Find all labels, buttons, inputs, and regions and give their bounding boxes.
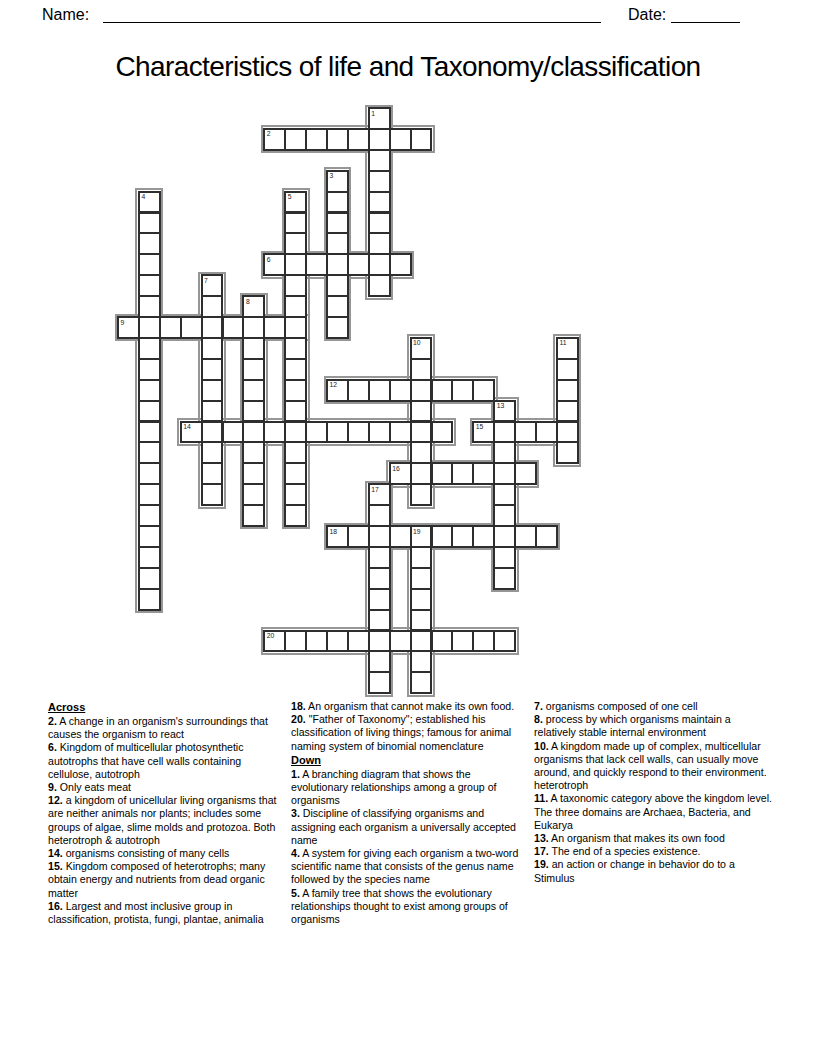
cell-r25c13[interactable] xyxy=(389,630,412,653)
cell-r20c17[interactable] xyxy=(472,525,495,548)
date-line[interactable] xyxy=(671,21,740,23)
clue-number: 7. xyxy=(534,700,543,712)
cell-number: 4 xyxy=(141,193,145,200)
cell-r10c2[interactable] xyxy=(159,316,182,339)
clue-number: 13. xyxy=(534,832,549,844)
cell-r20c11[interactable] xyxy=(347,525,370,548)
cell-number: 19 xyxy=(413,528,421,535)
cell-r27c12[interactable] xyxy=(368,671,391,694)
clue-number: 5. xyxy=(291,887,300,899)
cell-r25c18[interactable] xyxy=(493,630,516,653)
cell-r7c10[interactable] xyxy=(326,253,349,276)
cell-r22c14[interactable] xyxy=(410,567,433,590)
cell-r1c13[interactable] xyxy=(389,128,412,151)
cell-r23c12[interactable] xyxy=(368,588,391,611)
cell-r25c17[interactable] xyxy=(472,630,495,653)
cell-number: 1 xyxy=(371,110,375,117)
cell-r24c12[interactable] xyxy=(368,609,391,632)
cell-r20c16[interactable] xyxy=(451,525,474,548)
cell-r17c8[interactable] xyxy=(284,462,307,485)
cell-number: 2 xyxy=(267,130,271,137)
clue-number: 17. xyxy=(534,845,549,857)
clue-across-6: 6. Kingdom of multicellular photosynthet… xyxy=(48,741,286,781)
cell-r20c19[interactable] xyxy=(514,525,537,548)
cell-r4c1[interactable]: 4 xyxy=(138,191,161,214)
clue-across-20: 20. "Father of Taxonomy"; established hi… xyxy=(291,713,529,753)
cell-r13c8[interactable] xyxy=(284,379,307,402)
cell-r16c1[interactable] xyxy=(138,441,161,464)
cell-r16c18[interactable] xyxy=(493,441,516,464)
cell-r13c4[interactable] xyxy=(201,379,224,402)
cell-r3c10[interactable]: 3 xyxy=(326,170,349,193)
cell-r10c5[interactable] xyxy=(222,316,245,339)
cell-r1c10[interactable] xyxy=(326,128,349,151)
cell-r17c1[interactable] xyxy=(138,462,161,485)
cell-r13c13[interactable] xyxy=(389,379,412,402)
cell-r12c14[interactable] xyxy=(410,358,433,381)
page-title: Characteristics of life and Taxonomy/cla… xyxy=(0,51,816,83)
cell-r11c14[interactable]: 10 xyxy=(410,337,433,360)
date-label: Date: xyxy=(628,6,666,24)
clue-down-8: 8. process by which organisms maintain a… xyxy=(534,713,772,739)
cell-number: 7 xyxy=(204,277,208,284)
cell-r22c1[interactable] xyxy=(138,567,161,590)
cell-r15c10[interactable] xyxy=(326,421,349,444)
cell-r10c3[interactable] xyxy=(180,316,203,339)
cell-r7c7[interactable]: 6 xyxy=(263,253,286,276)
cell-r17c17[interactable] xyxy=(472,462,495,485)
cell-r1c14[interactable] xyxy=(410,128,433,151)
cell-number: 3 xyxy=(330,172,334,179)
cell-r25c14[interactable] xyxy=(410,630,433,653)
cell-r15c5[interactable] xyxy=(222,421,245,444)
cell-r15c14[interactable] xyxy=(410,421,433,444)
down-clues-list-2: 7. organisms composed of one cell8. proc… xyxy=(534,700,772,885)
cell-r25c10[interactable] xyxy=(326,630,349,653)
cell-r3c12[interactable] xyxy=(368,170,391,193)
cell-r0c12[interactable]: 1 xyxy=(368,107,391,130)
clue-number: 1. xyxy=(291,768,300,780)
cell-r7c1[interactable] xyxy=(138,253,161,276)
cell-r15c13[interactable] xyxy=(389,421,412,444)
cell-r22c18[interactable] xyxy=(493,567,516,590)
clue-number: 4. xyxy=(291,847,300,859)
cell-r25c16[interactable] xyxy=(451,630,474,653)
cell-r16c21[interactable] xyxy=(556,441,579,464)
cell-r7c8[interactable] xyxy=(284,253,307,276)
clue-number: 11. xyxy=(534,792,548,804)
cell-r18c4[interactable] xyxy=(201,483,224,506)
cell-r25c9[interactable] xyxy=(305,630,328,653)
cell-r14c4[interactable] xyxy=(201,400,224,423)
cell-r19c8[interactable] xyxy=(284,504,307,527)
worksheet-page: { "game": "crossword", "title": "Charact… xyxy=(0,0,816,1056)
clue-number: 6. xyxy=(48,741,57,753)
cell-r5c1[interactable] xyxy=(138,212,161,235)
cell-r13c6[interactable] xyxy=(242,379,265,402)
clue-across-12: 12. a kingdom of unicellular living orga… xyxy=(48,794,286,847)
clue-number: 19. xyxy=(534,858,549,870)
cell-r15c15[interactable] xyxy=(431,421,454,444)
cell-number: 8 xyxy=(246,298,250,305)
cell-r10c7[interactable] xyxy=(263,316,286,339)
cell-r5c10[interactable] xyxy=(326,212,349,235)
cell-r20c1[interactable] xyxy=(138,525,161,548)
cell-r17c18[interactable] xyxy=(493,462,516,485)
clue-number: 20. xyxy=(291,713,306,725)
cell-r13c17[interactable] xyxy=(472,379,495,402)
name-line[interactable] xyxy=(103,21,601,23)
cell-r14c8[interactable] xyxy=(284,400,307,423)
cell-r15c18[interactable] xyxy=(493,421,516,444)
cell-r15c4[interactable] xyxy=(201,421,224,444)
clue-across-14: 14. organisms consisting of many cells xyxy=(48,847,286,860)
cell-r13c11[interactable] xyxy=(347,379,370,402)
cell-r15c11[interactable] xyxy=(347,421,370,444)
clue-across-16: 16. Largest and most inclusive group in … xyxy=(48,900,286,926)
cell-r17c6[interactable] xyxy=(242,462,265,485)
clue-down-10: 10. A kingdom made up of complex, multic… xyxy=(534,740,772,793)
cell-r1c12[interactable] xyxy=(368,128,391,151)
cell-r25c11[interactable] xyxy=(347,630,370,653)
cell-r9c6[interactable]: 8 xyxy=(242,295,265,318)
cell-r18c8[interactable] xyxy=(284,483,307,506)
cell-r14c18[interactable]: 13 xyxy=(493,400,516,423)
cell-r25c12[interactable] xyxy=(368,630,391,653)
cell-r21c12[interactable] xyxy=(368,546,391,569)
cell-r4c12[interactable] xyxy=(368,191,391,214)
cell-number: 18 xyxy=(330,528,338,535)
cell-r12c8[interactable] xyxy=(284,358,307,381)
cell-r15c3[interactable]: 14 xyxy=(180,421,203,444)
cell-number: 16 xyxy=(392,465,400,472)
cell-r19c6[interactable] xyxy=(242,504,265,527)
cell-r18c18[interactable] xyxy=(493,483,516,506)
cell-r21c1[interactable] xyxy=(138,546,161,569)
cell-r15c19[interactable] xyxy=(514,421,537,444)
cell-r15c12[interactable] xyxy=(368,421,391,444)
cell-r16c8[interactable] xyxy=(284,441,307,464)
cell-r5c12[interactable] xyxy=(368,212,391,235)
cell-r14c6[interactable] xyxy=(242,400,265,423)
clue-number: 18. xyxy=(291,700,306,712)
cell-r19c1[interactable] xyxy=(138,504,161,527)
cell-r21c18[interactable] xyxy=(493,546,516,569)
cell-r1c11[interactable] xyxy=(347,128,370,151)
cell-r15c9[interactable] xyxy=(305,421,328,444)
cell-r18c12[interactable]: 17 xyxy=(368,483,391,506)
cell-r15c20[interactable] xyxy=(535,421,558,444)
cell-r21c14[interactable] xyxy=(410,546,433,569)
name-label: Name: xyxy=(42,6,89,24)
cell-r20c20[interactable] xyxy=(535,525,558,548)
cell-r15c6[interactable] xyxy=(242,421,265,444)
cell-r10c1[interactable] xyxy=(138,316,161,339)
cell-r20c12[interactable] xyxy=(368,525,391,548)
cell-r10c4[interactable] xyxy=(201,316,224,339)
cell-r19c12[interactable] xyxy=(368,504,391,527)
cell-r1c7[interactable]: 2 xyxy=(263,128,286,151)
clue-down-19: 19. an action or change in behavior do t… xyxy=(534,858,772,884)
cell-r1c8[interactable] xyxy=(284,128,307,151)
clue-number: 12. xyxy=(48,794,63,806)
cell-r7c12[interactable] xyxy=(368,253,391,276)
cell-r20c18[interactable] xyxy=(493,525,516,548)
cell-r15c17[interactable]: 15 xyxy=(472,421,495,444)
cell-r25c7[interactable]: 20 xyxy=(263,630,286,653)
cell-r15c21[interactable] xyxy=(556,421,579,444)
clue-number: 2. xyxy=(48,715,57,727)
cell-number: 14 xyxy=(183,423,191,430)
cell-r22c12[interactable] xyxy=(368,567,391,590)
cell-r15c1[interactable] xyxy=(138,421,161,444)
cell-r13c21[interactable] xyxy=(556,379,579,402)
cell-r20c15[interactable] xyxy=(431,525,454,548)
cell-number: 10 xyxy=(413,339,421,346)
cell-number: 5 xyxy=(288,193,292,200)
cell-r27c14[interactable] xyxy=(410,671,433,694)
cell-r8c12[interactable] xyxy=(368,274,391,297)
cell-r18c14[interactable] xyxy=(410,483,433,506)
cell-r14c1[interactable] xyxy=(138,400,161,423)
clue-column-2: 18. An organism that cannot make its own… xyxy=(291,700,529,926)
clue-number: 9. xyxy=(48,781,57,793)
cell-number: 11 xyxy=(559,339,566,346)
cell-r17c14[interactable] xyxy=(410,462,433,485)
cell-r13c10[interactable]: 12 xyxy=(326,379,349,402)
cell-r11c21[interactable]: 11 xyxy=(556,337,579,360)
cell-r7c9[interactable] xyxy=(305,253,328,276)
cell-r11c1[interactable] xyxy=(138,337,161,360)
cell-r13c1[interactable] xyxy=(138,379,161,402)
clue-down-1: 1. A branching diagram that shows the ev… xyxy=(291,768,529,808)
cell-r13c14[interactable] xyxy=(410,379,433,402)
cell-r6c12[interactable] xyxy=(368,232,391,255)
cell-r16c4[interactable] xyxy=(201,441,224,464)
clue-across-18: 18. An organism that cannot make its own… xyxy=(291,700,529,713)
cell-r6c10[interactable] xyxy=(326,232,349,255)
clue-number: 16. xyxy=(48,900,63,912)
clue-number: 15. xyxy=(48,860,63,872)
cell-r9c1[interactable] xyxy=(138,295,161,318)
cell-r26c12[interactable] xyxy=(368,650,391,673)
cell-number: 9 xyxy=(121,319,125,326)
clue-number: 8. xyxy=(534,713,543,725)
across-header: Across xyxy=(48,700,286,714)
cell-r12c4[interactable] xyxy=(201,358,224,381)
clue-number: 14. xyxy=(48,847,63,859)
cell-number: 17 xyxy=(371,486,379,493)
cell-r25c15[interactable] xyxy=(431,630,454,653)
cell-number: 13 xyxy=(497,402,505,409)
cell-r6c8[interactable] xyxy=(284,232,307,255)
cell-r20c14[interactable]: 19 xyxy=(410,525,433,548)
cell-r15c7[interactable] xyxy=(263,421,286,444)
clue-down-3: 3. Discipline of classifying organisms a… xyxy=(291,807,529,847)
cell-r16c6[interactable] xyxy=(242,441,265,464)
cell-r15c8[interactable] xyxy=(284,421,307,444)
down-header: Down xyxy=(291,753,529,767)
cell-r13c12[interactable] xyxy=(368,379,391,402)
cell-number: 6 xyxy=(267,256,271,263)
cell-r10c8[interactable] xyxy=(284,316,307,339)
cell-r25c8[interactable] xyxy=(284,630,307,653)
clue-across-15: 15. Kingdom composed of heterotrophs; ma… xyxy=(48,860,286,900)
across-clues-list-2: 18. An organism that cannot make its own… xyxy=(291,700,529,753)
cell-r17c15[interactable] xyxy=(431,462,454,485)
clue-down-17: 17. The end of a species existence. xyxy=(534,845,772,858)
cell-r1c9[interactable] xyxy=(305,128,328,151)
cell-r2c12[interactable] xyxy=(368,149,391,172)
crossword-grid: 1234567891011121314151617181920 xyxy=(117,107,579,694)
cell-r12c21[interactable] xyxy=(556,358,579,381)
cell-r13c15[interactable] xyxy=(431,379,454,402)
cell-number: 15 xyxy=(476,423,484,430)
cell-r19c18[interactable] xyxy=(493,504,516,527)
cell-r20c10[interactable]: 18 xyxy=(326,525,349,548)
cell-r23c1[interactable] xyxy=(138,588,161,611)
cell-r18c6[interactable] xyxy=(242,483,265,506)
cell-r4c8[interactable]: 5 xyxy=(284,191,307,214)
cell-number: 20 xyxy=(267,632,275,639)
clue-down-11: 11. A taxonomic category above the kingd… xyxy=(534,792,772,832)
cell-r14c21[interactable] xyxy=(556,400,579,423)
cell-r8c10[interactable] xyxy=(326,274,349,297)
clue-down-5: 5. A family tree that shows the evolutio… xyxy=(291,887,529,927)
cell-r11c6[interactable] xyxy=(242,337,265,360)
cell-r9c4[interactable] xyxy=(201,295,224,318)
cell-r10c0[interactable]: 9 xyxy=(117,316,140,339)
cell-r5c8[interactable] xyxy=(284,212,307,235)
cell-r12c6[interactable] xyxy=(242,358,265,381)
cell-number: 12 xyxy=(330,381,338,388)
clue-column-3: 7. organisms composed of one cell8. proc… xyxy=(534,700,772,926)
cell-r13c16[interactable] xyxy=(451,379,474,402)
cell-r17c16[interactable] xyxy=(451,462,474,485)
clues-section: Across 2. A change in an organism's surr… xyxy=(48,700,773,926)
cell-r7c13[interactable] xyxy=(389,253,412,276)
cell-r7c11[interactable] xyxy=(347,253,370,276)
cell-r26c14[interactable] xyxy=(410,650,433,673)
cell-r4c10[interactable] xyxy=(326,191,349,214)
across-clues-list-1: 2. A change in an organism's surrounding… xyxy=(48,715,286,926)
clue-across-9: 9. Only eats meat xyxy=(48,781,286,794)
cell-r17c19[interactable] xyxy=(514,462,537,485)
clue-column-1: Across 2. A change in an organism's surr… xyxy=(48,700,286,926)
cell-r8c8[interactable] xyxy=(284,274,307,297)
cell-r8c4[interactable]: 7 xyxy=(201,274,224,297)
cell-r17c4[interactable] xyxy=(201,462,224,485)
cell-r23c14[interactable] xyxy=(410,588,433,611)
clue-down-4: 4. A system for giving each organism a t… xyxy=(291,847,529,887)
clue-down-7: 7. organisms composed of one cell xyxy=(534,700,772,713)
cell-r9c10[interactable] xyxy=(326,295,349,318)
cell-r10c6[interactable] xyxy=(242,316,265,339)
clue-down-13: 13. An organism that makes its own food xyxy=(534,832,772,845)
clue-across-2: 2. A change in an organism's surrounding… xyxy=(48,715,286,741)
cell-r20c13[interactable] xyxy=(389,525,412,548)
cell-r18c1[interactable] xyxy=(138,483,161,506)
cell-r12c1[interactable] xyxy=(138,358,161,381)
down-clues-list-1: 1. A branching diagram that shows the ev… xyxy=(291,768,529,926)
cell-r11c8[interactable] xyxy=(284,337,307,360)
cell-r17c13[interactable]: 16 xyxy=(389,462,412,485)
cell-r11c4[interactable] xyxy=(201,337,224,360)
cell-r14c14[interactable] xyxy=(410,400,433,423)
clue-number: 10. xyxy=(534,740,549,752)
cell-r10c10[interactable] xyxy=(326,316,349,339)
cell-r6c1[interactable] xyxy=(138,232,161,255)
cell-r16c14[interactable] xyxy=(410,441,433,464)
cell-r24c14[interactable] xyxy=(410,609,433,632)
clue-number: 3. xyxy=(291,807,300,819)
cell-r9c8[interactable] xyxy=(284,295,307,318)
cell-r8c1[interactable] xyxy=(138,274,161,297)
